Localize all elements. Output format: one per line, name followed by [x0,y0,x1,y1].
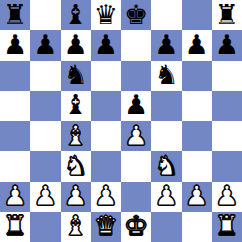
square-h8[interactable]: ♜ [212,0,242,30]
piece-black-bishop: ♝ [64,91,88,118]
square-h3[interactable] [212,151,242,181]
piece-black-king: ♚ [124,1,148,28]
piece-white-pawn: ♟ [124,122,148,149]
piece-white-pawn: ♟ [185,182,209,209]
square-g1[interactable] [182,212,212,242]
square-h6[interactable] [212,61,242,91]
square-b3[interactable] [30,151,60,181]
piece-white-pawn: ♟ [94,182,118,209]
piece-white-king: ♚ [124,212,148,239]
piece-black-knight: ♞ [154,61,178,88]
square-g8[interactable] [182,0,212,30]
piece-black-pawn: ♟ [64,31,88,58]
square-f6[interactable]: ♞ [151,61,181,91]
square-b2[interactable]: ♟ [30,182,60,212]
square-e6[interactable] [121,61,151,91]
piece-white-pawn: ♟ [64,182,88,209]
square-e4[interactable]: ♟ [121,121,151,151]
square-f2[interactable]: ♟ [151,182,181,212]
square-e2[interactable] [121,182,151,212]
square-c4[interactable]: ♝ [61,121,91,151]
square-g3[interactable] [182,151,212,181]
piece-black-knight: ♞ [64,61,88,88]
square-g6[interactable] [182,61,212,91]
square-c8[interactable]: ♝ [61,0,91,30]
piece-white-bishop: ♝ [64,212,88,239]
square-e1[interactable]: ♚ [121,212,151,242]
square-a1[interactable]: ♜ [0,212,30,242]
piece-white-pawn: ♟ [3,182,27,209]
square-b8[interactable] [30,0,60,30]
piece-white-rook: ♜ [215,212,239,239]
piece-white-pawn: ♟ [154,182,178,209]
piece-black-pawn: ♟ [94,31,118,58]
chess-board: ♜♝♛♚♜♟♟♟♟♟♟♟♞♞♝♟♝♟♞♞♟♟♟♟♟♟♟♜♝♛♚♜ [0,0,242,242]
square-d3[interactable] [91,151,121,181]
square-c2[interactable]: ♟ [61,182,91,212]
square-d6[interactable] [91,61,121,91]
square-g7[interactable]: ♟ [182,30,212,60]
square-a7[interactable]: ♟ [0,30,30,60]
square-b1[interactable] [30,212,60,242]
piece-white-rook: ♜ [3,212,27,239]
square-d2[interactable]: ♟ [91,182,121,212]
square-c5[interactable]: ♝ [61,91,91,121]
piece-black-rook: ♜ [215,1,239,28]
piece-black-pawn: ♟ [33,31,57,58]
square-b5[interactable] [30,91,60,121]
square-d5[interactable] [91,91,121,121]
square-a5[interactable] [0,91,30,121]
square-a8[interactable]: ♜ [0,0,30,30]
piece-white-knight: ♞ [154,152,178,179]
square-h7[interactable]: ♟ [212,30,242,60]
square-e5[interactable]: ♟ [121,91,151,121]
square-d8[interactable]: ♛ [91,0,121,30]
square-a6[interactable] [0,61,30,91]
square-e7[interactable] [121,30,151,60]
piece-black-pawn: ♟ [154,31,178,58]
piece-black-bishop: ♝ [64,1,88,28]
square-c7[interactable]: ♟ [61,30,91,60]
square-b4[interactable] [30,121,60,151]
square-a3[interactable] [0,151,30,181]
piece-white-pawn: ♟ [215,182,239,209]
square-e8[interactable]: ♚ [121,0,151,30]
square-f8[interactable] [151,0,181,30]
piece-white-pawn: ♟ [33,182,57,209]
square-a2[interactable]: ♟ [0,182,30,212]
piece-white-knight: ♞ [64,152,88,179]
piece-black-pawn: ♟ [3,31,27,58]
square-g2[interactable]: ♟ [182,182,212,212]
piece-black-pawn: ♟ [185,31,209,58]
square-g4[interactable] [182,121,212,151]
piece-black-queen: ♛ [94,1,118,28]
square-b6[interactable] [30,61,60,91]
square-h4[interactable] [212,121,242,151]
piece-black-pawn: ♟ [215,31,239,58]
square-f7[interactable]: ♟ [151,30,181,60]
square-d4[interactable] [91,121,121,151]
square-h5[interactable] [212,91,242,121]
piece-black-rook: ♜ [3,1,27,28]
square-h1[interactable]: ♜ [212,212,242,242]
square-d7[interactable]: ♟ [91,30,121,60]
square-f4[interactable] [151,121,181,151]
piece-black-pawn: ♟ [124,91,148,118]
square-f1[interactable] [151,212,181,242]
board-container: ♜♝♛♚♜♟♟♟♟♟♟♟♞♞♝♟♝♟♞♞♟♟♟♟♟♟♟♜♝♛♚♜ [0,0,242,242]
square-c1[interactable]: ♝ [61,212,91,242]
square-f5[interactable] [151,91,181,121]
square-g5[interactable] [182,91,212,121]
square-h2[interactable]: ♟ [212,182,242,212]
square-c6[interactable]: ♞ [61,61,91,91]
piece-white-bishop: ♝ [64,122,88,149]
square-e3[interactable] [121,151,151,181]
square-a4[interactable] [0,121,30,151]
square-f3[interactable]: ♞ [151,151,181,181]
square-c3[interactable]: ♞ [61,151,91,181]
square-d1[interactable]: ♛ [91,212,121,242]
square-b7[interactable]: ♟ [30,30,60,60]
piece-white-queen: ♛ [94,212,118,239]
